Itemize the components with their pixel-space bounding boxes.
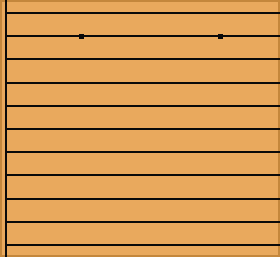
grid-hline xyxy=(6,58,280,60)
grid-hline xyxy=(6,198,280,200)
grid-hline xyxy=(6,174,280,176)
board-left-edge-line xyxy=(5,0,7,257)
grid-hline xyxy=(6,151,280,153)
grid-hline xyxy=(6,35,280,37)
star-point xyxy=(79,34,84,39)
grid-hline xyxy=(6,128,280,130)
grid-hline xyxy=(6,105,280,107)
go-board[interactable] xyxy=(0,0,280,257)
grid-hline xyxy=(6,221,280,223)
grid-hline xyxy=(6,82,280,84)
grid-hline xyxy=(6,244,280,246)
star-point xyxy=(218,34,223,39)
grid-hline xyxy=(6,12,280,14)
